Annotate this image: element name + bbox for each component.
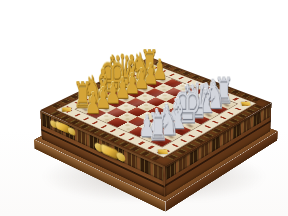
latch-ornament [116, 151, 125, 163]
photo-canvas: ♜♟♟♜♞♟♟♞♝♟♟♝♛♟♟♛♚♟♟♚♝♟♟♝♞♟♟♞♜♟♟♜ [0, 0, 288, 216]
piece-gold-pawn[interactable]: ♟ [58, 91, 127, 116]
gold-corner-accent [158, 149, 168, 154]
piece-silver-rook[interactable]: ♜ [122, 112, 194, 144]
chess-board: ♜♟♟♜♞♟♟♞♝♟♟♝♛♟♟♛♚♟♟♚♝♟♟♝♞♟♟♞♜♟♟♜ [76, 71, 237, 147]
chess-box: ♜♟♟♜♞♟♟♞♝♟♟♝♛♟♟♛♚♟♟♚♝♟♟♝♞♟♟♞♜♟♟♜ [40, 57, 272, 166]
scene: ♜♟♟♜♞♟♟♞♝♟♟♝♛♟♟♛♚♟♟♚♝♟♟♝♞♟♟♞♜♟♟♜ [0, 0, 288, 216]
